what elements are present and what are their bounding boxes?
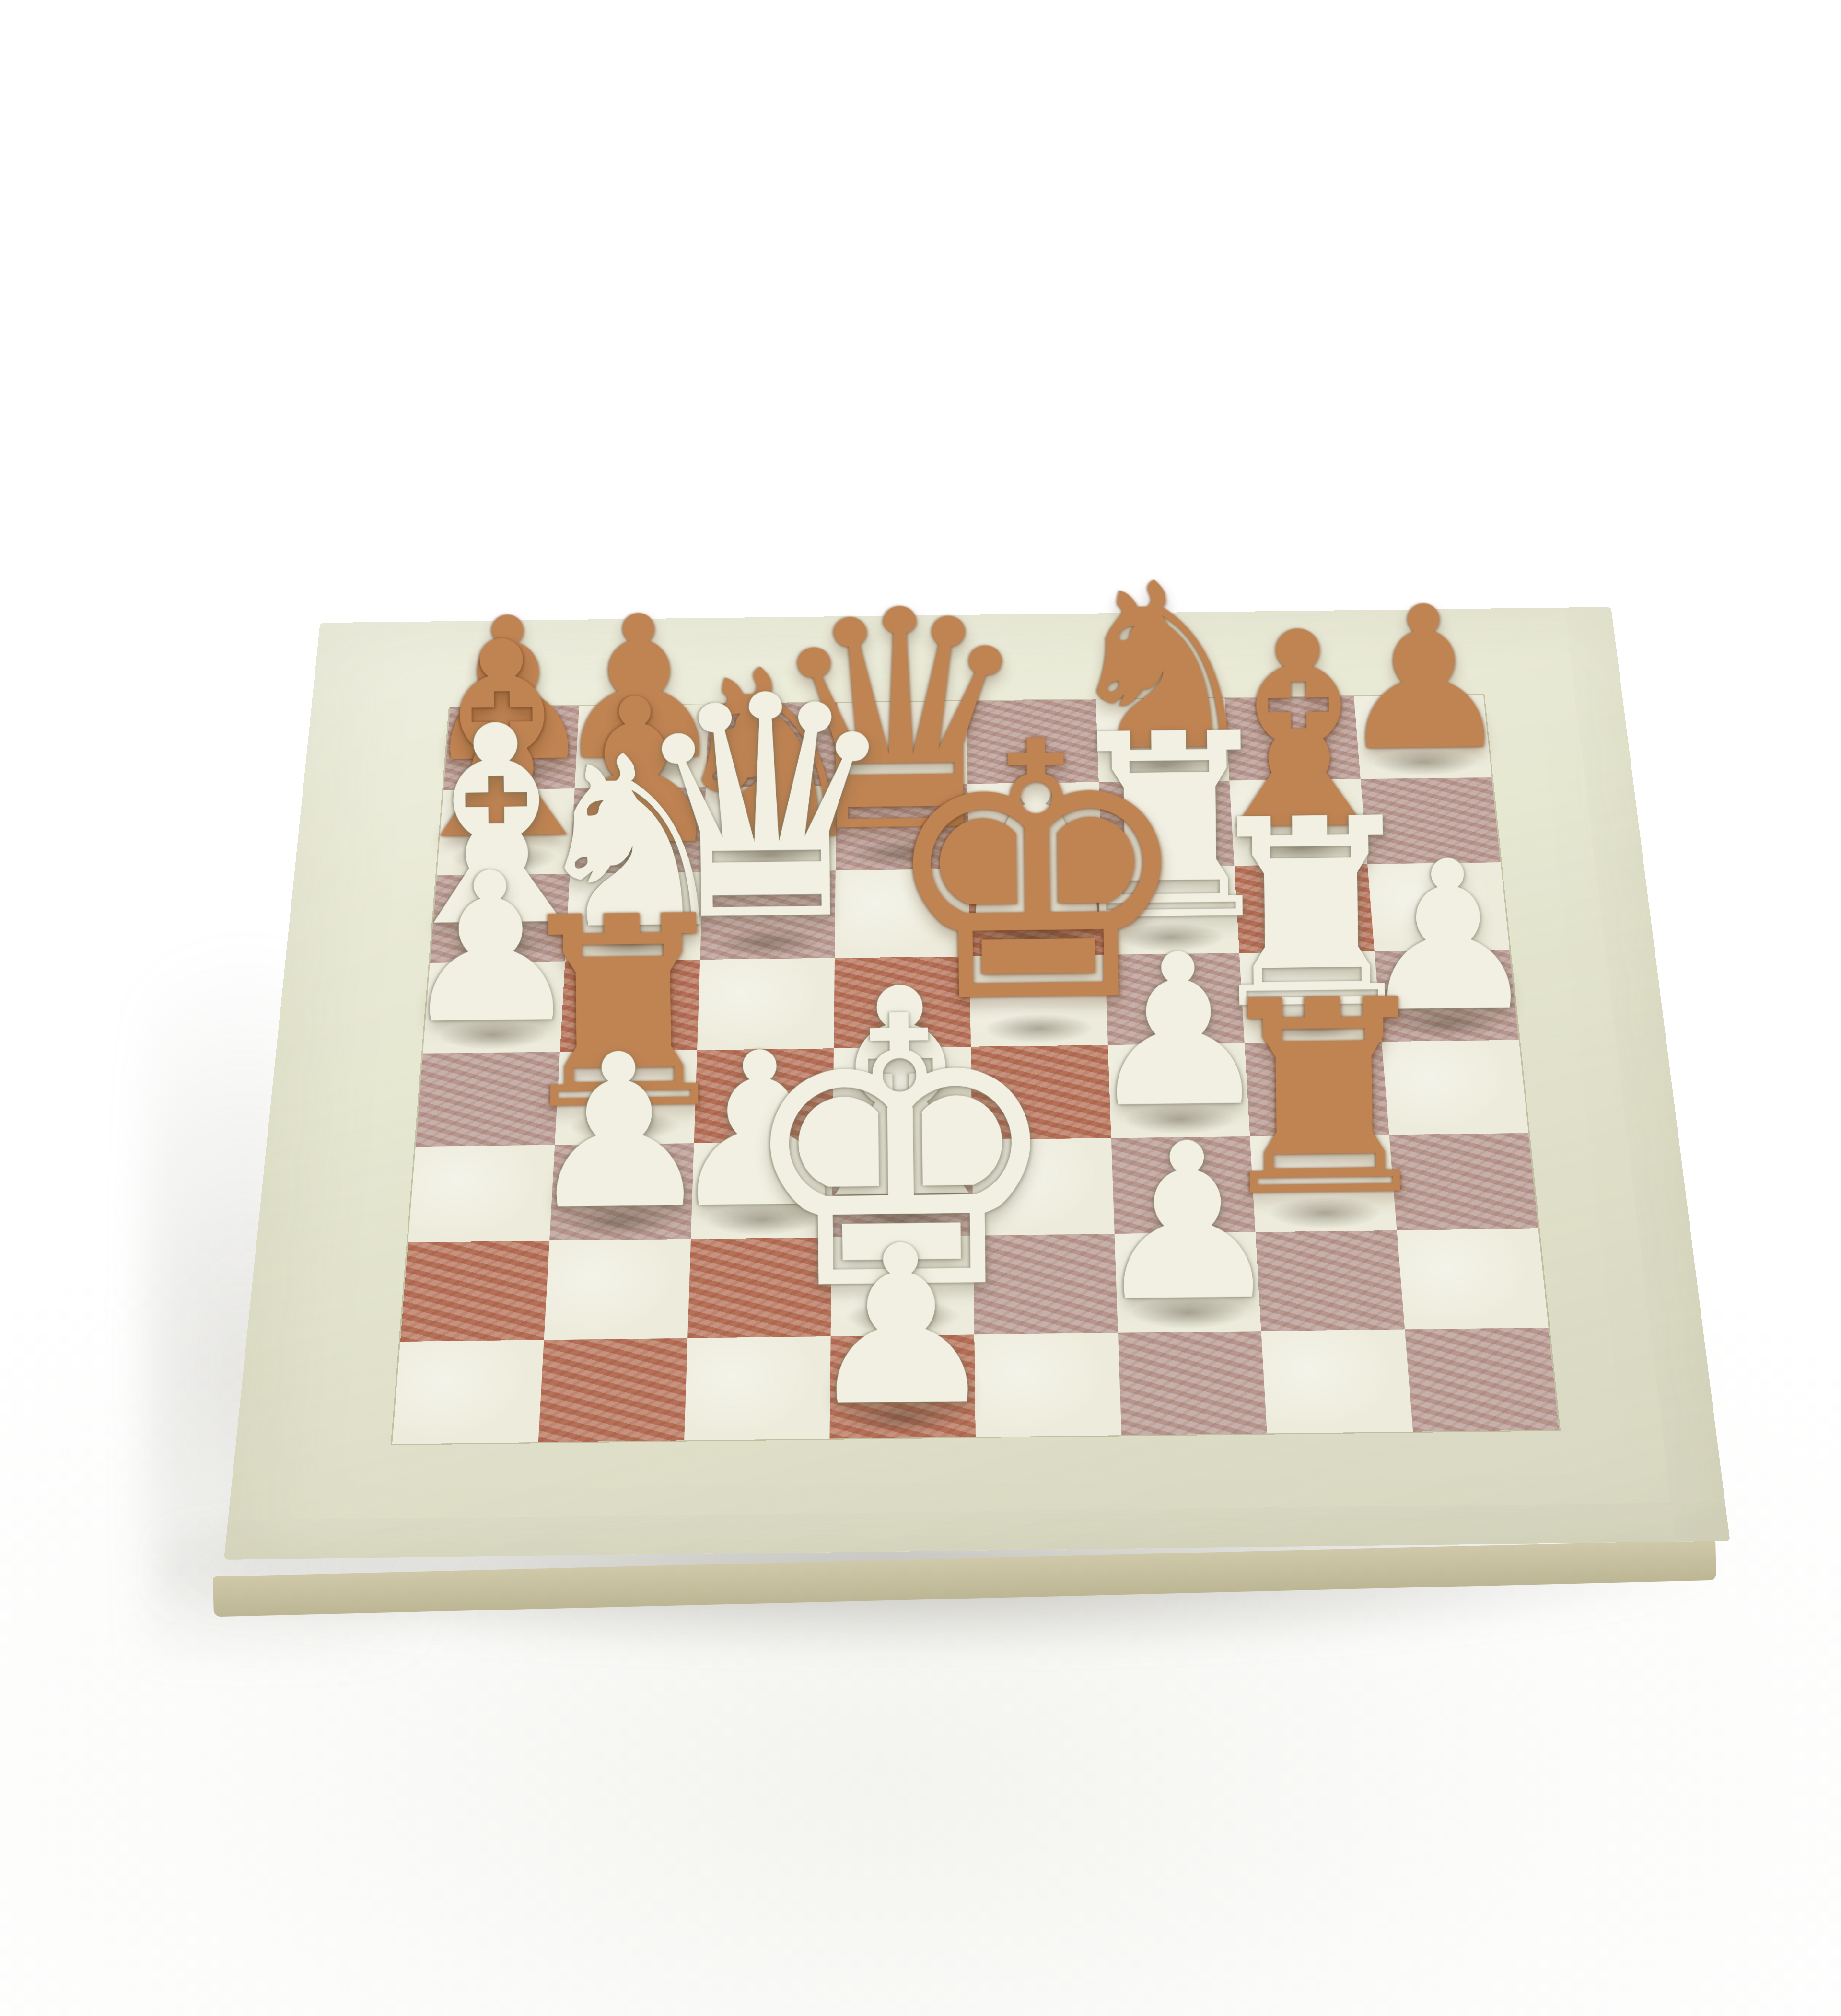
square-h2 <box>1397 1229 1548 1330</box>
square-a1 <box>393 1340 544 1444</box>
photo-background: ♟♟♞♟♝♟♞♛♝♝♞♛♟♜♟♚♜♟♜♟♟♟♝♜♚♟♟ <box>0 0 1841 2016</box>
square-g1 <box>1261 1329 1413 1433</box>
square-b2 <box>544 1239 691 1340</box>
piece-ivory-pawn: ♟ <box>802 1225 1001 1428</box>
piece-ivory-pawn: ♟ <box>1090 1123 1286 1323</box>
square-b1 <box>538 1338 687 1442</box>
board-tilt-wrapper: ♟♟♞♟♝♟♞♛♝♝♞♛♟♜♟♚♜♟♜♟♟♟♝♜♚♟♟ <box>0 0 1841 2016</box>
square-f2: ♟ <box>1114 1232 1261 1333</box>
square-a2 <box>400 1241 549 1342</box>
chessboard: ♟♟♞♟♝♟♞♛♝♝♞♛♟♜♟♚♜♟♜♟♟♟♝♜♚♟♟ <box>224 607 1730 1560</box>
square-h1 <box>1405 1328 1559 1432</box>
board-grid: ♟♟♞♟♝♟♞♛♝♝♞♛♟♜♟♚♜♟♜♟♟♟♝♜♚♟♟ <box>393 695 1559 1444</box>
square-f1 <box>1118 1331 1267 1435</box>
square-d1: ♟ <box>830 1334 976 1438</box>
